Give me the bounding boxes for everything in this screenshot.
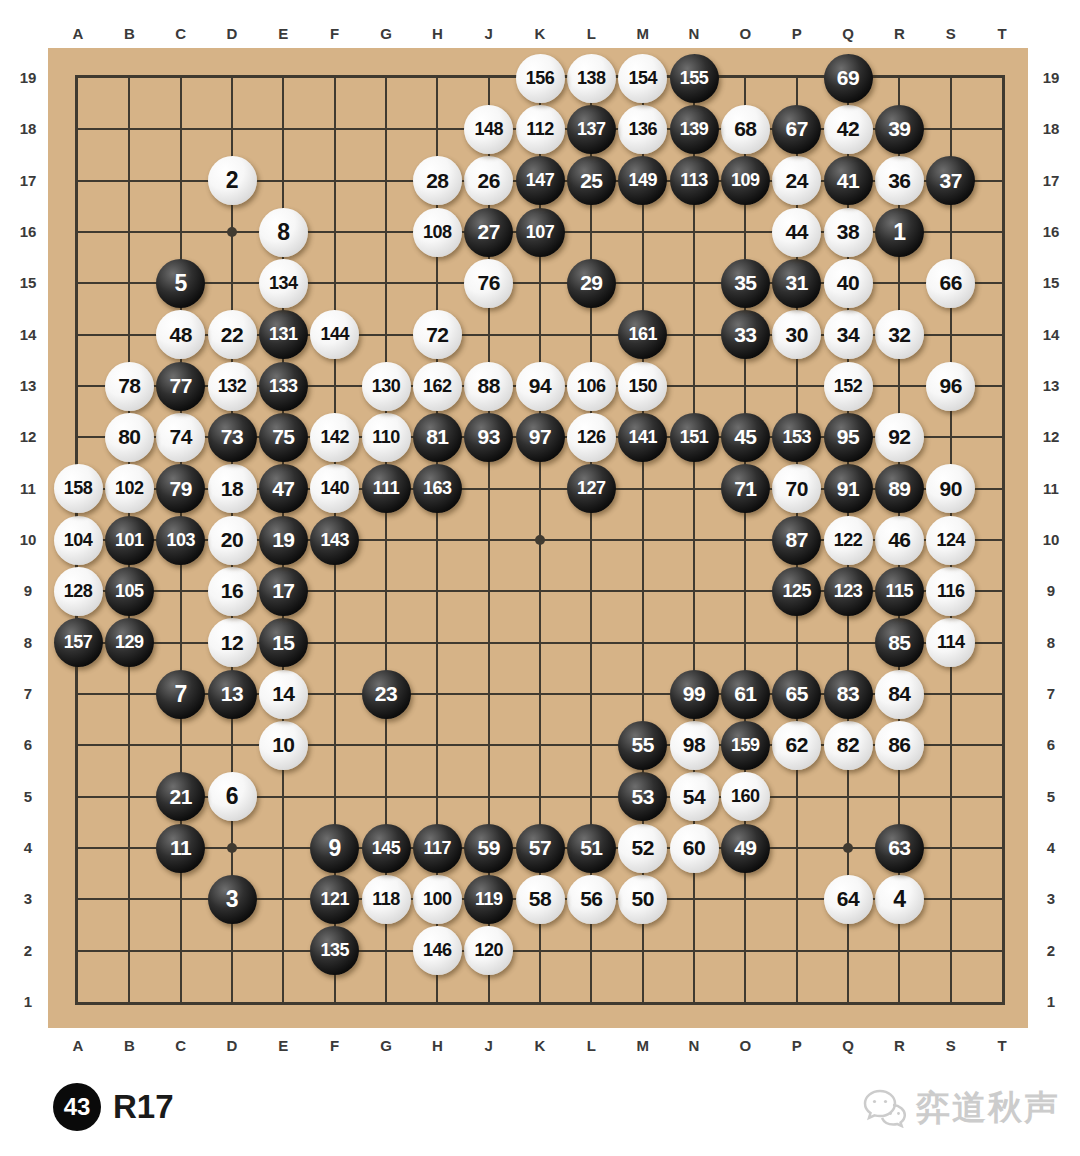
watermark-text: 弈道秋声 xyxy=(916,1085,1060,1131)
row-label-right: 11 xyxy=(1033,479,1069,499)
stone-6: 6 xyxy=(208,772,257,821)
column-label-bottom: M xyxy=(628,1036,658,1056)
stone-9: 9 xyxy=(310,824,359,873)
row-label-left: 6 xyxy=(10,735,46,755)
stone-121: 121 xyxy=(310,875,359,924)
stone-26: 26 xyxy=(464,156,513,205)
stone-75: 75 xyxy=(259,413,308,462)
stone-155: 155 xyxy=(670,54,719,103)
stone-28: 28 xyxy=(413,156,462,205)
stone-67: 67 xyxy=(772,105,821,154)
stone-106: 106 xyxy=(567,362,616,411)
stone-101: 101 xyxy=(105,516,154,565)
stone-163: 163 xyxy=(413,464,462,513)
stone-81: 81 xyxy=(413,413,462,462)
column-label-bottom: C xyxy=(166,1036,196,1056)
stone-21: 21 xyxy=(156,772,205,821)
stone-2: 2 xyxy=(208,156,257,205)
stone-143: 143 xyxy=(310,516,359,565)
row-label-right: 18 xyxy=(1033,119,1069,139)
stone-44: 44 xyxy=(772,208,821,257)
column-label-top: G xyxy=(371,24,401,44)
stone-151: 151 xyxy=(670,413,719,462)
stone-20: 20 xyxy=(208,516,257,565)
stone-152: 152 xyxy=(824,362,873,411)
stone-135: 135 xyxy=(310,926,359,975)
stone-110: 110 xyxy=(362,413,411,462)
star-point xyxy=(227,843,237,853)
stone-71: 71 xyxy=(721,464,770,513)
stone-5: 5 xyxy=(156,259,205,308)
row-label-left: 16 xyxy=(10,222,46,242)
stone-35: 35 xyxy=(721,259,770,308)
stone-73: 73 xyxy=(208,413,257,462)
column-label-bottom: D xyxy=(217,1036,247,1056)
stone-127: 127 xyxy=(567,464,616,513)
column-label-top: K xyxy=(525,24,555,44)
stone-40: 40 xyxy=(824,259,873,308)
column-label-top: D xyxy=(217,24,247,44)
stone-126: 126 xyxy=(567,413,616,462)
stone-60: 60 xyxy=(670,824,719,873)
row-label-right: 15 xyxy=(1033,273,1069,293)
stone-147: 147 xyxy=(516,156,565,205)
row-label-left: 8 xyxy=(10,633,46,653)
stone-109: 109 xyxy=(721,156,770,205)
stone-24: 24 xyxy=(772,156,821,205)
stone-102: 102 xyxy=(105,464,154,513)
stone-86: 86 xyxy=(875,721,924,770)
stone-39: 39 xyxy=(875,105,924,154)
annotation-point-label: R17 xyxy=(113,1088,174,1126)
stone-41: 41 xyxy=(824,156,873,205)
row-label-right: 13 xyxy=(1033,376,1069,396)
stone-87: 87 xyxy=(772,516,821,565)
stone-64: 64 xyxy=(824,875,873,924)
stone-16: 16 xyxy=(208,567,257,616)
star-point xyxy=(227,227,237,237)
stone-58: 58 xyxy=(516,875,565,924)
row-label-right: 14 xyxy=(1033,325,1069,345)
stone-156: 156 xyxy=(516,54,565,103)
stone-32: 32 xyxy=(875,310,924,359)
stone-117: 117 xyxy=(413,824,462,873)
stone-125: 125 xyxy=(772,567,821,616)
row-label-right: 7 xyxy=(1033,684,1069,704)
stone-115: 115 xyxy=(875,567,924,616)
stone-80: 80 xyxy=(105,413,154,462)
stone-93: 93 xyxy=(464,413,513,462)
row-label-right: 2 xyxy=(1033,941,1069,961)
column-label-top: O xyxy=(730,24,760,44)
stone-33: 33 xyxy=(721,310,770,359)
stone-52: 52 xyxy=(618,824,667,873)
move-annotation: 43 R17 xyxy=(53,1083,174,1131)
stone-65: 65 xyxy=(772,670,821,719)
stone-14: 14 xyxy=(259,670,308,719)
column-label-bottom: Q xyxy=(833,1036,863,1056)
stone-8: 8 xyxy=(259,208,308,257)
stone-162: 162 xyxy=(413,362,462,411)
stone-22: 22 xyxy=(208,310,257,359)
stone-57: 57 xyxy=(516,824,565,873)
stone-79: 79 xyxy=(156,464,205,513)
stone-104: 104 xyxy=(54,516,103,565)
stone-74: 74 xyxy=(156,413,205,462)
row-label-right: 10 xyxy=(1033,530,1069,550)
stone-153: 153 xyxy=(772,413,821,462)
column-label-bottom: O xyxy=(730,1036,760,1056)
stone-150: 150 xyxy=(618,362,667,411)
stone-105: 105 xyxy=(105,567,154,616)
star-point xyxy=(535,535,545,545)
stone-128: 128 xyxy=(54,567,103,616)
stone-4: 4 xyxy=(875,875,924,924)
stone-131: 131 xyxy=(259,310,308,359)
row-label-left: 9 xyxy=(10,581,46,601)
stone-123: 123 xyxy=(824,567,873,616)
column-label-bottom: T xyxy=(987,1036,1017,1056)
stone-37: 37 xyxy=(926,156,975,205)
stone-154: 154 xyxy=(618,54,667,103)
row-label-right: 6 xyxy=(1033,735,1069,755)
row-label-right: 17 xyxy=(1033,171,1069,191)
column-label-top: N xyxy=(679,24,709,44)
stone-99: 99 xyxy=(670,670,719,719)
stone-69: 69 xyxy=(824,54,873,103)
stone-146: 146 xyxy=(413,926,462,975)
stone-55: 55 xyxy=(618,721,667,770)
stone-76: 76 xyxy=(464,259,513,308)
stone-142: 142 xyxy=(310,413,359,462)
grid-line xyxy=(77,950,1004,952)
stone-47: 47 xyxy=(259,464,308,513)
stone-137: 137 xyxy=(567,105,616,154)
column-label-bottom: F xyxy=(320,1036,350,1056)
row-label-left: 17 xyxy=(10,171,46,191)
stone-62: 62 xyxy=(772,721,821,770)
stone-7: 7 xyxy=(156,670,205,719)
column-label-top: L xyxy=(576,24,606,44)
row-label-left: 10 xyxy=(10,530,46,550)
row-label-right: 12 xyxy=(1033,427,1069,447)
stone-130: 130 xyxy=(362,362,411,411)
stone-159: 159 xyxy=(721,721,770,770)
column-label-top: E xyxy=(268,24,298,44)
stone-82: 82 xyxy=(824,721,873,770)
column-label-top: A xyxy=(63,24,93,44)
stone-70: 70 xyxy=(772,464,821,513)
row-label-left: 19 xyxy=(10,68,46,88)
stone-53: 53 xyxy=(618,772,667,821)
column-label-top: M xyxy=(628,24,658,44)
row-label-left: 13 xyxy=(10,376,46,396)
row-label-left: 14 xyxy=(10,325,46,345)
stone-84: 84 xyxy=(875,670,924,719)
stone-129: 129 xyxy=(105,618,154,667)
stone-66: 66 xyxy=(926,259,975,308)
row-label-left: 11 xyxy=(10,479,46,499)
stone-19: 19 xyxy=(259,516,308,565)
stone-30: 30 xyxy=(772,310,821,359)
stone-140: 140 xyxy=(310,464,359,513)
stone-12: 12 xyxy=(208,618,257,667)
stone-158: 158 xyxy=(54,464,103,513)
stone-61: 61 xyxy=(721,670,770,719)
watermark: 弈道秋声 xyxy=(862,1085,1060,1131)
stone-46: 46 xyxy=(875,516,924,565)
column-label-bottom: P xyxy=(782,1036,812,1056)
stone-148: 148 xyxy=(464,105,513,154)
stone-34: 34 xyxy=(824,310,873,359)
column-label-top: S xyxy=(936,24,966,44)
stone-31: 31 xyxy=(772,259,821,308)
stone-139: 139 xyxy=(670,105,719,154)
stone-94: 94 xyxy=(516,362,565,411)
row-label-right: 8 xyxy=(1033,633,1069,653)
stone-91: 91 xyxy=(824,464,873,513)
stone-97: 97 xyxy=(516,413,565,462)
stone-92: 92 xyxy=(875,413,924,462)
stone-116: 116 xyxy=(926,567,975,616)
row-label-right: 3 xyxy=(1033,889,1069,909)
stone-132: 132 xyxy=(208,362,257,411)
column-label-top: F xyxy=(320,24,350,44)
column-label-top: P xyxy=(782,24,812,44)
stone-11: 11 xyxy=(156,824,205,873)
stone-83: 83 xyxy=(824,670,873,719)
stone-136: 136 xyxy=(618,105,667,154)
row-label-left: 1 xyxy=(10,992,46,1012)
column-label-bottom: B xyxy=(114,1036,144,1056)
go-kifu-diagram: AABBCCDDEEFFGGHHJJKKLLMMNNOOPPQQRRSSTT19… xyxy=(0,0,1080,1156)
stone-112: 112 xyxy=(516,105,565,154)
column-label-top: R xyxy=(884,24,914,44)
stone-29: 29 xyxy=(567,259,616,308)
column-label-bottom: A xyxy=(63,1036,93,1056)
wechat-chat-bubbles-icon xyxy=(862,1088,908,1128)
stone-119: 119 xyxy=(464,875,513,924)
stone-89: 89 xyxy=(875,464,924,513)
stone-100: 100 xyxy=(413,875,462,924)
stone-1: 1 xyxy=(875,208,924,257)
stone-157: 157 xyxy=(54,618,103,667)
stone-85: 85 xyxy=(875,618,924,667)
column-label-bottom: H xyxy=(422,1036,452,1056)
stone-98: 98 xyxy=(670,721,719,770)
stone-149: 149 xyxy=(618,156,667,205)
stone-10: 10 xyxy=(259,721,308,770)
row-label-left: 15 xyxy=(10,273,46,293)
stone-122: 122 xyxy=(824,516,873,565)
column-label-top: H xyxy=(422,24,452,44)
stone-13: 13 xyxy=(208,670,257,719)
column-label-top: T xyxy=(987,24,1017,44)
stone-144: 144 xyxy=(310,310,359,359)
column-label-bottom: L xyxy=(576,1036,606,1056)
stone-56: 56 xyxy=(567,875,616,924)
row-label-left: 18 xyxy=(10,119,46,139)
row-label-left: 3 xyxy=(10,889,46,909)
stone-78: 78 xyxy=(105,362,154,411)
stone-107: 107 xyxy=(516,208,565,257)
star-point xyxy=(843,843,853,853)
stone-96: 96 xyxy=(926,362,975,411)
stone-90: 90 xyxy=(926,464,975,513)
stone-108: 108 xyxy=(413,208,462,257)
stone-42: 42 xyxy=(824,105,873,154)
stone-27: 27 xyxy=(464,208,513,257)
stone-17: 17 xyxy=(259,567,308,616)
column-label-bottom: N xyxy=(679,1036,709,1056)
stone-3: 3 xyxy=(208,875,257,924)
stone-23: 23 xyxy=(362,670,411,719)
stone-120: 120 xyxy=(464,926,513,975)
stone-160: 160 xyxy=(721,772,770,821)
column-label-top: Q xyxy=(833,24,863,44)
column-label-bottom: S xyxy=(936,1036,966,1056)
stone-161: 161 xyxy=(618,310,667,359)
stone-114: 114 xyxy=(926,618,975,667)
column-label-bottom: R xyxy=(884,1036,914,1056)
annotation-black-stone: 43 xyxy=(53,1083,101,1131)
stone-68: 68 xyxy=(721,105,770,154)
row-label-left: 12 xyxy=(10,427,46,447)
row-label-left: 2 xyxy=(10,941,46,961)
stone-103: 103 xyxy=(156,516,205,565)
stone-15: 15 xyxy=(259,618,308,667)
stone-54: 54 xyxy=(670,772,719,821)
row-label-right: 4 xyxy=(1033,838,1069,858)
column-label-bottom: G xyxy=(371,1036,401,1056)
column-label-top: C xyxy=(166,24,196,44)
row-label-left: 4 xyxy=(10,838,46,858)
stone-95: 95 xyxy=(824,413,873,462)
stone-63: 63 xyxy=(875,824,924,873)
stone-124: 124 xyxy=(926,516,975,565)
row-label-right: 1 xyxy=(1033,992,1069,1012)
column-label-bottom: K xyxy=(525,1036,555,1056)
row-label-right: 9 xyxy=(1033,581,1069,601)
stone-77: 77 xyxy=(156,362,205,411)
row-label-right: 16 xyxy=(1033,222,1069,242)
column-label-bottom: J xyxy=(474,1036,504,1056)
column-label-bottom: E xyxy=(268,1036,298,1056)
stone-133: 133 xyxy=(259,362,308,411)
stone-48: 48 xyxy=(156,310,205,359)
column-label-top: B xyxy=(114,24,144,44)
stone-59: 59 xyxy=(464,824,513,873)
stone-25: 25 xyxy=(567,156,616,205)
stone-145: 145 xyxy=(362,824,411,873)
column-label-top: J xyxy=(474,24,504,44)
stone-113: 113 xyxy=(670,156,719,205)
stone-138: 138 xyxy=(567,54,616,103)
stone-45: 45 xyxy=(721,413,770,462)
row-label-right: 19 xyxy=(1033,68,1069,88)
row-label-left: 7 xyxy=(10,684,46,704)
stone-51: 51 xyxy=(567,824,616,873)
stone-49: 49 xyxy=(721,824,770,873)
stone-36: 36 xyxy=(875,156,924,205)
row-label-left: 5 xyxy=(10,787,46,807)
stone-72: 72 xyxy=(413,310,462,359)
stone-141: 141 xyxy=(618,413,667,462)
stone-134: 134 xyxy=(259,259,308,308)
row-label-right: 5 xyxy=(1033,787,1069,807)
stone-50: 50 xyxy=(618,875,667,924)
stone-38: 38 xyxy=(824,208,873,257)
stone-18: 18 xyxy=(208,464,257,513)
stone-118: 118 xyxy=(362,875,411,924)
stone-111: 111 xyxy=(362,464,411,513)
stone-88: 88 xyxy=(464,362,513,411)
